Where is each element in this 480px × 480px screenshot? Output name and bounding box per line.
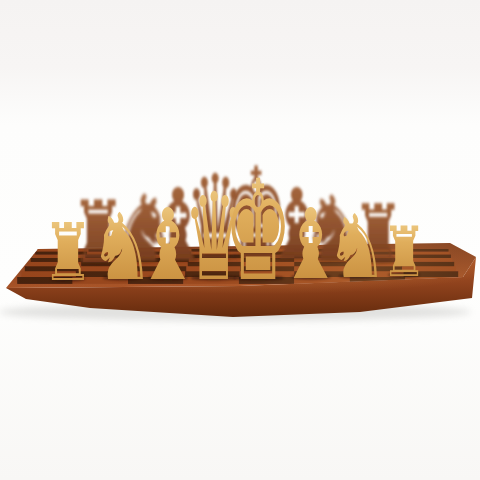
piece-light-knight-6[interactable]: ♞	[326, 195, 389, 298]
piece-light-rook-7[interactable]: ♜	[382, 212, 427, 292]
chess-photo-scene: Wooden chess set on a brown board: golde…	[0, 0, 480, 480]
front-row-light-pieces: ♜♞♝♛♚♝♞♜	[42, 150, 426, 311]
photo-canvas: Wooden chess set on a brown board: golde…	[0, 0, 480, 480]
piece-light-rook-0[interactable]: ♜	[42, 207, 93, 299]
